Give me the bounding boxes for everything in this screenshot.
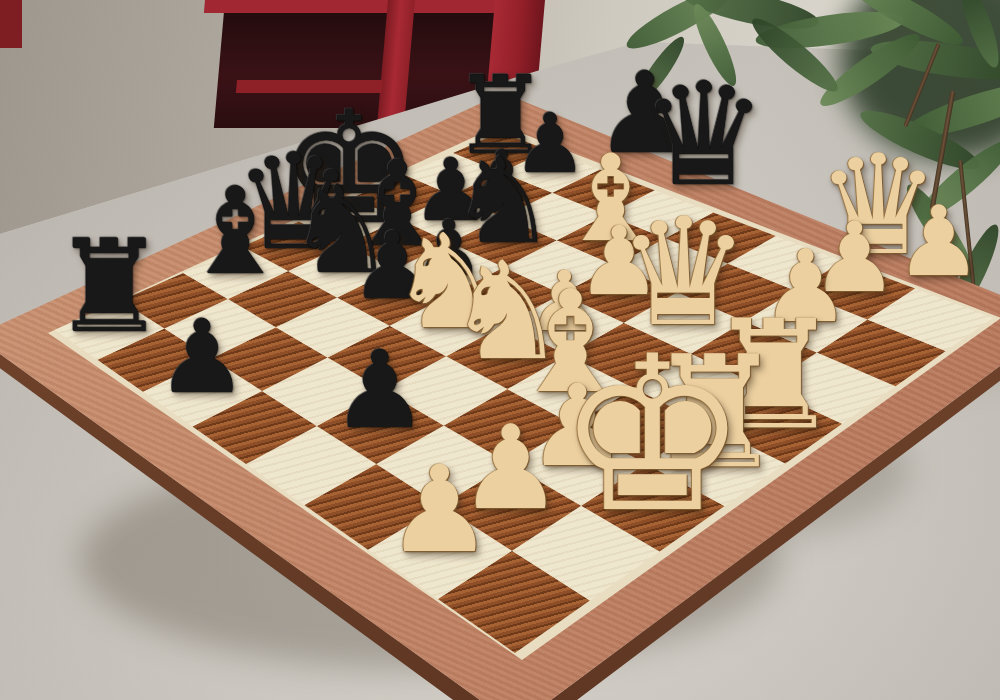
piece-black-pawn-a6[interactable]: ♟ xyxy=(157,308,248,409)
piece-white-pawn-a2[interactable]: ♟ xyxy=(386,451,494,571)
piece-white-king-c1[interactable]: ♚ xyxy=(557,328,749,542)
piece-black-rook-a8[interactable]: ♜ xyxy=(52,223,167,351)
scene: ♟♛♛♟ ♜♝♛♚♜♞♝♟♟♟♟♟♟♞♟♞♝♞♟♟♝♛♟♟♟♟♟♚♜♜ xyxy=(0,0,1000,700)
piece-black-pawn-b4[interactable]: ♟ xyxy=(332,337,428,444)
offboard-white-pawn[interactable]: ♟ xyxy=(896,193,983,290)
piece-black-bishop-c8[interactable]: ♝ xyxy=(182,172,290,292)
